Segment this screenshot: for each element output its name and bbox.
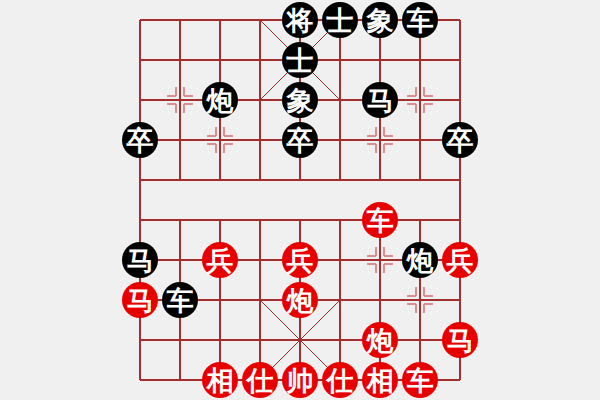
xiangqi-board[interactable]: 将士象车士炮象马卒卒卒车马兵兵炮兵马车炮炮马相仕帅仕相车 [140, 20, 460, 380]
black-soldier[interactable]: 卒 [122, 122, 158, 158]
red-chariot[interactable]: 车 [402, 362, 438, 398]
xiangqi-app: 将士象车士炮象马卒卒卒车马兵兵炮兵马车炮炮马相仕帅仕相车 [0, 0, 600, 400]
red-advisor[interactable]: 仕 [322, 362, 358, 398]
red-elephant[interactable]: 相 [202, 362, 238, 398]
black-soldier[interactable]: 卒 [442, 122, 478, 158]
black-chariot[interactable]: 车 [162, 282, 198, 318]
red-soldier[interactable]: 兵 [202, 242, 238, 278]
black-cannon[interactable]: 炮 [202, 82, 238, 118]
red-chariot[interactable]: 车 [362, 202, 398, 238]
red-general[interactable]: 帅 [282, 362, 318, 398]
red-soldier[interactable]: 兵 [442, 242, 478, 278]
red-horse[interactable]: 马 [442, 322, 478, 358]
red-advisor[interactable]: 仕 [242, 362, 278, 398]
black-cannon[interactable]: 炮 [402, 242, 438, 278]
black-soldier[interactable]: 卒 [282, 122, 318, 158]
black-general[interactable]: 将 [282, 2, 318, 38]
red-cannon[interactable]: 炮 [362, 322, 398, 358]
black-advisor[interactable]: 士 [282, 42, 318, 78]
black-advisor[interactable]: 士 [322, 2, 358, 38]
black-horse[interactable]: 马 [122, 242, 158, 278]
board-pieces-layer: 将士象车士炮象马卒卒卒车马兵兵炮兵马车炮炮马相仕帅仕相车 [120, 0, 480, 400]
red-elephant[interactable]: 相 [362, 362, 398, 398]
black-elephant[interactable]: 象 [282, 82, 318, 118]
red-cannon[interactable]: 炮 [282, 282, 318, 318]
red-soldier[interactable]: 兵 [282, 242, 318, 278]
black-horse[interactable]: 马 [362, 82, 398, 118]
red-horse[interactable]: 马 [122, 282, 158, 318]
black-elephant[interactable]: 象 [362, 2, 398, 38]
black-chariot[interactable]: 车 [402, 2, 438, 38]
